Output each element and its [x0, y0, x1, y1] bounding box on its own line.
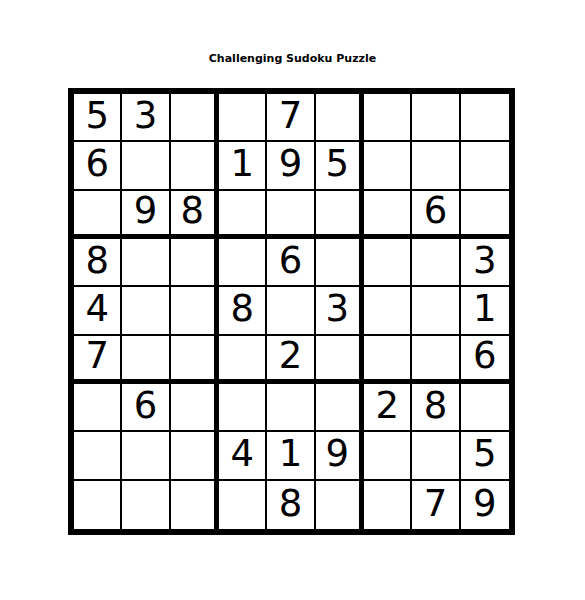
sudoku-cell-r4c5[interactable]: 6	[267, 239, 315, 287]
sudoku-cell-r7c9[interactable]	[461, 384, 509, 432]
sudoku-cell-r2c8[interactable]	[412, 142, 460, 190]
sudoku-cell-r7c8[interactable]: 8	[412, 384, 460, 432]
sudoku-cell-r8c4[interactable]: 4	[219, 432, 267, 480]
sudoku-cell-r8c1[interactable]	[74, 432, 122, 480]
sudoku-cell-r5c3[interactable]	[171, 287, 219, 335]
sudoku-cell-r5c4[interactable]: 8	[219, 287, 267, 335]
sudoku-cell-r8c3[interactable]	[171, 432, 219, 480]
sudoku-cell-r8c7[interactable]	[364, 432, 412, 480]
sudoku-cell-r5c6[interactable]: 3	[316, 287, 364, 335]
sudoku-cell-r6c1[interactable]: 7	[74, 336, 122, 384]
sudoku-cell-r9c1[interactable]	[74, 481, 122, 529]
sudoku-cell-r5c7[interactable]	[364, 287, 412, 335]
sudoku-cell-r3c2[interactable]: 9	[122, 191, 170, 239]
sudoku-cell-r8c9[interactable]: 5	[461, 432, 509, 480]
sudoku-cell-r5c8[interactable]	[412, 287, 460, 335]
sudoku-cell-r3c4[interactable]	[219, 191, 267, 239]
sudoku-cell-r2c7[interactable]	[364, 142, 412, 190]
sudoku-cell-r7c3[interactable]	[171, 384, 219, 432]
sudoku-cell-r2c9[interactable]	[461, 142, 509, 190]
sudoku-cell-r9c2[interactable]	[122, 481, 170, 529]
sudoku-cell-r2c4[interactable]: 1	[219, 142, 267, 190]
sudoku-cell-r3c7[interactable]	[364, 191, 412, 239]
sudoku-cell-r2c1[interactable]: 6	[74, 142, 122, 190]
sudoku-cell-r1c4[interactable]	[219, 94, 267, 142]
sudoku-cell-r4c4[interactable]	[219, 239, 267, 287]
sudoku-cell-r3c1[interactable]	[74, 191, 122, 239]
sudoku-cell-r6c5[interactable]: 2	[267, 336, 315, 384]
sudoku-cell-r1c8[interactable]	[412, 94, 460, 142]
page-title: Challenging Sudoku Puzzle	[0, 52, 585, 65]
sudoku-cell-r1c7[interactable]	[364, 94, 412, 142]
sudoku-cell-r4c6[interactable]	[316, 239, 364, 287]
sudoku-cell-r2c6[interactable]: 5	[316, 142, 364, 190]
sudoku-cell-r7c5[interactable]	[267, 384, 315, 432]
sudoku-cell-r3c3[interactable]: 8	[171, 191, 219, 239]
sudoku-cell-r9c3[interactable]	[171, 481, 219, 529]
sudoku-cell-r7c6[interactable]	[316, 384, 364, 432]
sudoku-cell-r4c2[interactable]	[122, 239, 170, 287]
sudoku-cell-r6c4[interactable]	[219, 336, 267, 384]
sudoku-cell-r3c8[interactable]: 6	[412, 191, 460, 239]
sudoku-cell-r6c8[interactable]	[412, 336, 460, 384]
sudoku-cell-r6c6[interactable]	[316, 336, 364, 384]
sudoku-cell-r1c2[interactable]: 3	[122, 94, 170, 142]
sudoku-cell-r4c1[interactable]: 8	[74, 239, 122, 287]
sudoku-cell-r6c9[interactable]: 6	[461, 336, 509, 384]
sudoku-cell-r6c3[interactable]	[171, 336, 219, 384]
sudoku-cell-r9c8[interactable]: 7	[412, 481, 460, 529]
sudoku-cell-r6c7[interactable]	[364, 336, 412, 384]
sudoku-cell-r5c2[interactable]	[122, 287, 170, 335]
sudoku-cell-r1c6[interactable]	[316, 94, 364, 142]
sudoku-cell-r8c8[interactable]	[412, 432, 460, 480]
sudoku-cell-r5c5[interactable]	[267, 287, 315, 335]
sudoku-board: 537619598686348317266284195879	[68, 88, 515, 535]
sudoku-cell-r7c1[interactable]	[74, 384, 122, 432]
sudoku-cell-r3c9[interactable]	[461, 191, 509, 239]
sudoku-cell-r1c5[interactable]: 7	[267, 94, 315, 142]
sudoku-cell-r2c3[interactable]	[171, 142, 219, 190]
sudoku-cell-r1c1[interactable]: 5	[74, 94, 122, 142]
sudoku-cell-r7c7[interactable]: 2	[364, 384, 412, 432]
sudoku-cell-r2c5[interactable]: 9	[267, 142, 315, 190]
sudoku-cell-r5c1[interactable]: 4	[74, 287, 122, 335]
sudoku-cell-r8c5[interactable]: 1	[267, 432, 315, 480]
sudoku-cell-r9c4[interactable]	[219, 481, 267, 529]
sudoku-cell-r8c2[interactable]	[122, 432, 170, 480]
sudoku-cell-r1c9[interactable]	[461, 94, 509, 142]
sudoku-cell-r9c9[interactable]: 9	[461, 481, 509, 529]
sudoku-cell-r2c2[interactable]	[122, 142, 170, 190]
sudoku-cell-r3c6[interactable]	[316, 191, 364, 239]
sudoku-cell-r4c3[interactable]	[171, 239, 219, 287]
sudoku-cell-r9c5[interactable]: 8	[267, 481, 315, 529]
sudoku-cell-r7c2[interactable]: 6	[122, 384, 170, 432]
sudoku-cell-r5c9[interactable]: 1	[461, 287, 509, 335]
sudoku-cell-r4c9[interactable]: 3	[461, 239, 509, 287]
sudoku-cell-r9c6[interactable]	[316, 481, 364, 529]
sudoku-cell-r4c8[interactable]	[412, 239, 460, 287]
sudoku-cell-r6c2[interactable]	[122, 336, 170, 384]
sudoku-cell-r3c5[interactable]	[267, 191, 315, 239]
sudoku-cell-r4c7[interactable]	[364, 239, 412, 287]
sudoku-cell-r1c3[interactable]	[171, 94, 219, 142]
sudoku-cell-r7c4[interactable]	[219, 384, 267, 432]
sudoku-board-container: 537619598686348317266284195879	[68, 88, 515, 535]
sudoku-cell-r9c7[interactable]	[364, 481, 412, 529]
sudoku-cell-r8c6[interactable]: 9	[316, 432, 364, 480]
